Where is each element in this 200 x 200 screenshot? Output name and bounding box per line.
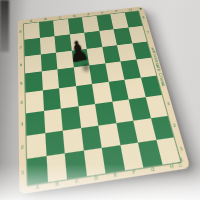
rank-label: 7	[146, 31, 149, 34]
square-b5	[41, 70, 59, 91]
rank-label: 7	[20, 46, 22, 49]
rank-label: 4	[20, 101, 23, 105]
square-a3	[26, 111, 45, 135]
play-area: ♟	[24, 11, 180, 185]
square-a7	[24, 38, 40, 56]
square-a4	[26, 90, 44, 113]
square-a5	[25, 72, 42, 93]
rank-label: 8	[19, 30, 21, 33]
square-h3	[145, 95, 167, 118]
rank-label: 3	[21, 122, 24, 127]
square-b3	[43, 108, 62, 132]
square-b2	[45, 130, 65, 156]
rank-label: 2	[173, 123, 177, 128]
photo-scene: ABCDEFGH ABCDEFGH 87654321 87654321 Whol…	[0, 0, 200, 200]
square-h7	[128, 26, 147, 43]
square-h6	[132, 41, 151, 60]
rank-label: 5	[20, 82, 23, 86]
square-a2	[27, 133, 46, 160]
rank-label: 2	[21, 145, 24, 150]
corner-mark-icon: ◆	[139, 7, 142, 10]
square-b7	[39, 36, 55, 54]
square-b4	[42, 88, 60, 110]
rank-label: 6	[20, 63, 23, 67]
square-d6: ♟	[71, 48, 89, 67]
rank-label: 3	[167, 102, 171, 106]
rank-label: 8	[142, 16, 145, 19]
background-cloth-fold	[0, 164, 200, 200]
square-b6	[40, 52, 57, 71]
square-a6	[25, 54, 42, 74]
